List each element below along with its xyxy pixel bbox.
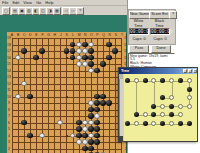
coord-left: 2 xyxy=(7,147,11,151)
tree-branch-line xyxy=(154,81,155,107)
black-stone xyxy=(94,152,100,153)
done-button[interactable]: Done xyxy=(151,45,171,53)
grid-line-h xyxy=(12,123,123,124)
coord-left: 12 xyxy=(7,82,11,86)
tree-node-white[interactable] xyxy=(169,95,174,100)
white-clock: 00:00:00 xyxy=(129,28,149,35)
coord-left: 17 xyxy=(7,49,11,53)
white-stone xyxy=(88,68,94,74)
black-stone xyxy=(88,139,94,145)
tree-node-black[interactable] xyxy=(143,121,148,126)
coord-top: P xyxy=(95,33,100,37)
white-stone xyxy=(88,133,94,139)
grid-line-v xyxy=(115,38,116,153)
white-stone xyxy=(76,42,82,48)
coord-left: 11 xyxy=(7,88,11,92)
coord-top: F xyxy=(40,33,45,37)
menu-edit[interactable]: Edit xyxy=(12,0,19,5)
white-stone xyxy=(76,48,82,54)
help-button[interactable]: ? xyxy=(169,11,177,19)
coord-top: O xyxy=(89,33,94,37)
new-game-button[interactable]: New Game xyxy=(129,11,150,19)
black-stone xyxy=(94,107,100,113)
tree-node-black[interactable] xyxy=(169,104,174,109)
black-stone xyxy=(94,139,100,145)
tree-node-white[interactable] xyxy=(151,121,156,126)
coord-left: 19 xyxy=(7,36,11,40)
black-stone xyxy=(70,48,76,54)
black-stone xyxy=(70,55,76,61)
coord-top: E xyxy=(34,33,39,37)
tree-node-white[interactable] xyxy=(187,78,192,83)
black-stone xyxy=(106,100,112,106)
tree-node-white[interactable] xyxy=(160,104,165,109)
score-estimate-button[interactable]: Score Est xyxy=(149,11,170,19)
coord-top: H xyxy=(52,33,57,37)
white-stone xyxy=(15,94,21,100)
black-clock: 00:00:00 xyxy=(150,28,170,35)
white-player-label: White xyxy=(129,19,148,23)
white-stone xyxy=(15,55,21,61)
coord-left: 15 xyxy=(7,62,11,66)
tree-branch-line xyxy=(189,81,190,107)
tree-node-white[interactable] xyxy=(143,112,148,117)
black-stone xyxy=(27,133,33,139)
tree-node-white[interactable] xyxy=(169,78,174,83)
star-point xyxy=(66,57,68,59)
star-point xyxy=(66,96,68,98)
black-stone xyxy=(82,133,88,139)
coord-left: 5 xyxy=(7,127,11,131)
black-stone xyxy=(88,61,94,67)
tree-node-black[interactable] xyxy=(143,78,148,83)
tree-node-black[interactable] xyxy=(125,78,130,83)
black-stone xyxy=(27,94,33,100)
black-stone xyxy=(82,55,88,61)
coord-top: L xyxy=(71,33,76,37)
black-stone xyxy=(100,94,106,100)
coord-top: M xyxy=(77,33,82,37)
game-tree-window[interactable]: Tree _ □ × xyxy=(118,67,198,142)
grid-line-h xyxy=(12,116,123,117)
coord-left: 6 xyxy=(7,121,11,125)
coord-top: N xyxy=(83,33,88,37)
tree-node-black[interactable] xyxy=(160,121,165,126)
coord-left: 16 xyxy=(7,56,11,60)
coord-left: 14 xyxy=(7,69,11,73)
white-stone xyxy=(39,133,45,139)
coord-top: D xyxy=(28,33,33,37)
black-stone xyxy=(106,42,112,48)
white-stone xyxy=(82,120,88,126)
tree-node-white[interactable] xyxy=(151,78,156,83)
grid-line-h xyxy=(12,110,123,111)
black-stone xyxy=(94,126,100,132)
coord-top: J xyxy=(58,33,63,37)
black-stone xyxy=(88,146,94,152)
white-captures-label: Caps: 0 xyxy=(129,37,149,41)
toolbar-help-button[interactable]: ? xyxy=(76,7,84,15)
black-stone xyxy=(82,42,88,48)
coord-left: 9 xyxy=(7,101,11,105)
tree-node-black[interactable] xyxy=(160,95,165,100)
coord-left: 3 xyxy=(7,140,11,144)
star-point xyxy=(66,135,68,137)
coord-top: S xyxy=(113,33,118,37)
white-stone xyxy=(76,139,82,145)
black-stone xyxy=(64,48,70,54)
white-stone xyxy=(57,120,63,126)
black-stone xyxy=(76,126,82,132)
black-stone xyxy=(21,120,27,126)
minimize-icon[interactable]: _ xyxy=(183,69,187,73)
coord-left: 18 xyxy=(7,43,11,47)
grid-line-h xyxy=(12,142,123,143)
black-stone xyxy=(100,61,106,67)
white-stone xyxy=(82,61,88,67)
menu-help[interactable]: Help xyxy=(45,0,53,5)
tree-node-white[interactable] xyxy=(178,104,183,109)
coord-left: 13 xyxy=(7,75,11,79)
tree-node-black[interactable] xyxy=(187,87,192,92)
tree-node-black[interactable] xyxy=(125,121,130,126)
tree-node-black[interactable] xyxy=(187,121,192,126)
black-stone xyxy=(94,133,100,139)
coord-left: 7 xyxy=(7,114,11,118)
message-log: New game: 19x19, komi 5.5Black: HumanWhi… xyxy=(128,53,175,68)
scroll-down-arrow[interactable] xyxy=(119,136,123,141)
tree-node-white[interactable] xyxy=(187,104,192,109)
black-stone xyxy=(94,94,100,100)
tree-node-black[interactable] xyxy=(151,112,156,117)
white-stone xyxy=(70,133,76,139)
tree-node-white[interactable] xyxy=(178,112,183,117)
tree-branch-line xyxy=(136,81,137,115)
white-stone xyxy=(76,55,82,61)
pass-button[interactable]: Pass xyxy=(129,45,149,53)
black-stone xyxy=(94,120,100,126)
black-stone xyxy=(100,100,106,106)
scroll-up-arrow[interactable] xyxy=(119,74,123,79)
tree-scrollbar[interactable] xyxy=(119,74,124,141)
white-stone xyxy=(88,42,94,48)
white-stone xyxy=(88,120,94,126)
white-stone xyxy=(82,126,88,132)
tree-node-black[interactable] xyxy=(178,78,183,83)
tree-node-black[interactable] xyxy=(134,112,139,117)
white-stone xyxy=(100,152,106,153)
grid-line-h xyxy=(12,149,123,150)
black-stone xyxy=(106,55,112,61)
black-stone xyxy=(88,126,94,132)
tree-node-white[interactable] xyxy=(134,78,139,83)
black-stone xyxy=(112,48,118,54)
black-captures-label: Caps: 0 xyxy=(150,37,170,41)
tree-node-white[interactable] xyxy=(160,112,165,117)
white-stone xyxy=(88,100,94,106)
white-stone xyxy=(76,61,82,67)
black-stone xyxy=(76,120,82,126)
coord-top: C xyxy=(22,33,27,37)
black-stone xyxy=(88,152,94,153)
board-background: AABBCCDDEEFFGGHHJJKKLLMMNNOOPPQQRRSSTT19… xyxy=(0,15,127,153)
coord-top: Q xyxy=(101,33,106,37)
black-stone xyxy=(94,100,100,106)
black-stone xyxy=(39,48,45,54)
coord-top: B xyxy=(16,33,21,37)
tree-node-white[interactable] xyxy=(187,95,192,100)
white-stone xyxy=(21,81,27,87)
coord-top: G xyxy=(46,33,51,37)
black-stone xyxy=(88,113,94,119)
maximize-icon[interactable]: □ xyxy=(188,69,192,73)
black-stone xyxy=(82,146,88,152)
black-stone xyxy=(94,68,100,74)
tree-node-white[interactable] xyxy=(134,121,139,126)
menu-go[interactable]: Go xyxy=(36,0,41,5)
black-stone xyxy=(88,55,94,61)
tree-node-black[interactable] xyxy=(160,78,165,83)
black-stone xyxy=(76,133,82,139)
close-icon[interactable]: × xyxy=(193,69,197,73)
tree-node-black[interactable] xyxy=(178,121,183,126)
black-stone xyxy=(21,48,27,54)
black-stone xyxy=(70,42,76,48)
black-stone xyxy=(33,55,39,61)
tree-canvas[interactable] xyxy=(119,74,197,141)
coord-left: 8 xyxy=(7,108,11,112)
go-board[interactable]: AABBCCDDEEFFGGHHJJKKLLMMNNOOPPQQRRSSTT19… xyxy=(7,32,126,153)
menu-file[interactable]: File xyxy=(2,0,8,5)
white-stone xyxy=(82,48,88,54)
tree-node-white[interactable] xyxy=(169,121,174,126)
black-stone xyxy=(88,107,94,113)
grid-line-h xyxy=(12,129,123,130)
coord-left: 4 xyxy=(7,134,11,138)
white-stone xyxy=(94,113,100,119)
toolbar-new-board-button[interactable]: ▢ xyxy=(2,7,10,15)
toolbar-info-button[interactable]: ▦ xyxy=(53,7,61,15)
star-point xyxy=(30,57,32,59)
tree-node-black[interactable] xyxy=(169,112,174,117)
black-stone xyxy=(88,48,94,54)
white-stone xyxy=(82,139,88,145)
coord-top: K xyxy=(64,33,69,37)
coord-top: R xyxy=(107,33,112,37)
coord-left: 10 xyxy=(7,95,11,99)
menu-view[interactable]: View xyxy=(23,0,32,5)
black-player-label: Black xyxy=(150,19,169,23)
tree-node-black[interactable] xyxy=(151,104,156,109)
